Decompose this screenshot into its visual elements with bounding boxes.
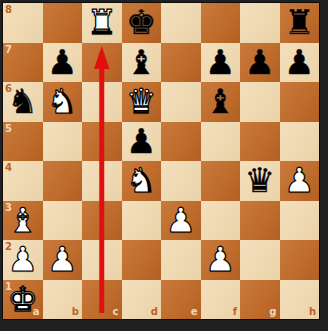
rank-label-7: 7 xyxy=(5,45,12,55)
square-f5[interactable] xyxy=(201,122,241,162)
square-b4[interactable] xyxy=(43,161,83,201)
square-e4[interactable] xyxy=(161,161,201,201)
square-b6[interactable]: ♞ xyxy=(43,82,83,122)
square-c6[interactable] xyxy=(82,82,122,122)
square-d4[interactable]: ♞ xyxy=(122,161,162,201)
square-f7[interactable]: ♟ xyxy=(201,43,241,83)
square-b1[interactable]: b xyxy=(43,280,83,320)
square-a1[interactable]: 1a♚ xyxy=(3,280,43,320)
square-b7[interactable]: ♟ xyxy=(43,43,83,83)
file-label-c: c xyxy=(113,307,119,317)
white-knight-b6[interactable]: ♞ xyxy=(43,82,83,122)
square-d3[interactable] xyxy=(122,201,162,241)
square-c1[interactable]: c xyxy=(82,280,122,320)
square-c5[interactable] xyxy=(82,122,122,162)
rank-label-4: 4 xyxy=(5,163,12,173)
square-g6[interactable] xyxy=(240,82,280,122)
square-b5[interactable] xyxy=(43,122,83,162)
white-bishop-a3[interactable]: ♝ xyxy=(3,201,43,241)
rank-label-8: 8 xyxy=(5,5,12,15)
white-pawn-a2[interactable]: ♟ xyxy=(3,240,43,280)
white-knight-d4[interactable]: ♞ xyxy=(122,161,162,201)
square-a6[interactable]: 6♞ xyxy=(3,82,43,122)
file-label-f: f xyxy=(233,307,237,317)
square-f2[interactable]: ♟ xyxy=(201,240,241,280)
square-h6[interactable] xyxy=(280,82,320,122)
square-h7[interactable]: ♟ xyxy=(280,43,320,83)
black-pawn-d5[interactable]: ♟ xyxy=(122,122,162,162)
square-h4[interactable]: ♟ xyxy=(280,161,320,201)
square-a8[interactable]: 8 xyxy=(3,3,43,43)
square-d1[interactable]: d xyxy=(122,280,162,320)
square-a4[interactable]: 4 xyxy=(3,161,43,201)
square-e8[interactable] xyxy=(161,3,201,43)
square-a2[interactable]: 2♟ xyxy=(3,240,43,280)
square-d2[interactable] xyxy=(122,240,162,280)
square-g7[interactable]: ♟ xyxy=(240,43,280,83)
square-b8[interactable] xyxy=(43,3,83,43)
white-pawn-f2[interactable]: ♟ xyxy=(201,240,241,280)
square-e6[interactable] xyxy=(161,82,201,122)
square-f4[interactable] xyxy=(201,161,241,201)
black-king-d8[interactable]: ♚ xyxy=(122,3,162,43)
square-e2[interactable] xyxy=(161,240,201,280)
chess-board: 8♜♚♜7♟♝♟♟♟6♞♞♛♝5♟4♞♛♟3♝♟2♟♟♟1a♚bcdefgh xyxy=(3,3,319,319)
square-e7[interactable] xyxy=(161,43,201,83)
square-e3[interactable]: ♟ xyxy=(161,201,201,241)
square-h8[interactable]: ♜ xyxy=(280,3,320,43)
square-c3[interactable] xyxy=(82,201,122,241)
square-c4[interactable] xyxy=(82,161,122,201)
black-rook-h8[interactable]: ♜ xyxy=(280,3,320,43)
black-bishop-f6[interactable]: ♝ xyxy=(201,82,241,122)
white-pawn-e3[interactable]: ♟ xyxy=(161,201,201,241)
black-pawn-f7[interactable]: ♟ xyxy=(201,43,241,83)
black-queen-g4[interactable]: ♛ xyxy=(240,161,280,201)
square-g3[interactable] xyxy=(240,201,280,241)
black-knight-a6[interactable]: ♞ xyxy=(3,82,43,122)
square-d5[interactable]: ♟ xyxy=(122,122,162,162)
square-b3[interactable] xyxy=(43,201,83,241)
square-g2[interactable] xyxy=(240,240,280,280)
black-bishop-d7[interactable]: ♝ xyxy=(122,43,162,83)
square-f8[interactable] xyxy=(201,3,241,43)
white-king-a1[interactable]: ♚ xyxy=(3,280,43,320)
square-b2[interactable]: ♟ xyxy=(43,240,83,280)
square-d8[interactable]: ♚ xyxy=(122,3,162,43)
square-c2[interactable] xyxy=(82,240,122,280)
black-pawn-b7[interactable]: ♟ xyxy=(43,43,83,83)
file-label-d: d xyxy=(151,307,158,317)
chess-app-window: 8♜♚♜7♟♝♟♟♟6♞♞♛♝5♟4♞♛♟3♝♟2♟♟♟1a♚bcdefgh xyxy=(0,0,328,331)
white-pawn-h4[interactable]: ♟ xyxy=(280,161,320,201)
square-g5[interactable] xyxy=(240,122,280,162)
square-d6[interactable]: ♛ xyxy=(122,82,162,122)
black-pawn-g7[interactable]: ♟ xyxy=(240,43,280,83)
square-h3[interactable] xyxy=(280,201,320,241)
file-label-h: h xyxy=(309,307,316,317)
square-c7[interactable] xyxy=(82,43,122,83)
white-rook-c8[interactable]: ♜ xyxy=(82,3,122,43)
square-f1[interactable]: f xyxy=(201,280,241,320)
square-d7[interactable]: ♝ xyxy=(122,43,162,83)
square-c8[interactable]: ♜ xyxy=(82,3,122,43)
rank-label-5: 5 xyxy=(5,124,12,134)
white-queen-d6[interactable]: ♛ xyxy=(122,82,162,122)
square-a5[interactable]: 5 xyxy=(3,122,43,162)
square-g4[interactable]: ♛ xyxy=(240,161,280,201)
square-g1[interactable]: g xyxy=(240,280,280,320)
square-e5[interactable] xyxy=(161,122,201,162)
white-pawn-b2[interactable]: ♟ xyxy=(43,240,83,280)
square-a3[interactable]: 3♝ xyxy=(3,201,43,241)
square-f3[interactable] xyxy=(201,201,241,241)
file-label-b: b xyxy=(72,307,79,317)
square-h1[interactable]: h xyxy=(280,280,320,320)
square-h2[interactable] xyxy=(280,240,320,280)
square-f6[interactable]: ♝ xyxy=(201,82,241,122)
black-pawn-h7[interactable]: ♟ xyxy=(280,43,320,83)
square-a7[interactable]: 7 xyxy=(3,43,43,83)
file-label-e: e xyxy=(191,307,198,317)
file-label-g: g xyxy=(269,307,276,317)
square-e1[interactable]: e xyxy=(161,280,201,320)
square-g8[interactable] xyxy=(240,3,280,43)
square-h5[interactable] xyxy=(280,122,320,162)
